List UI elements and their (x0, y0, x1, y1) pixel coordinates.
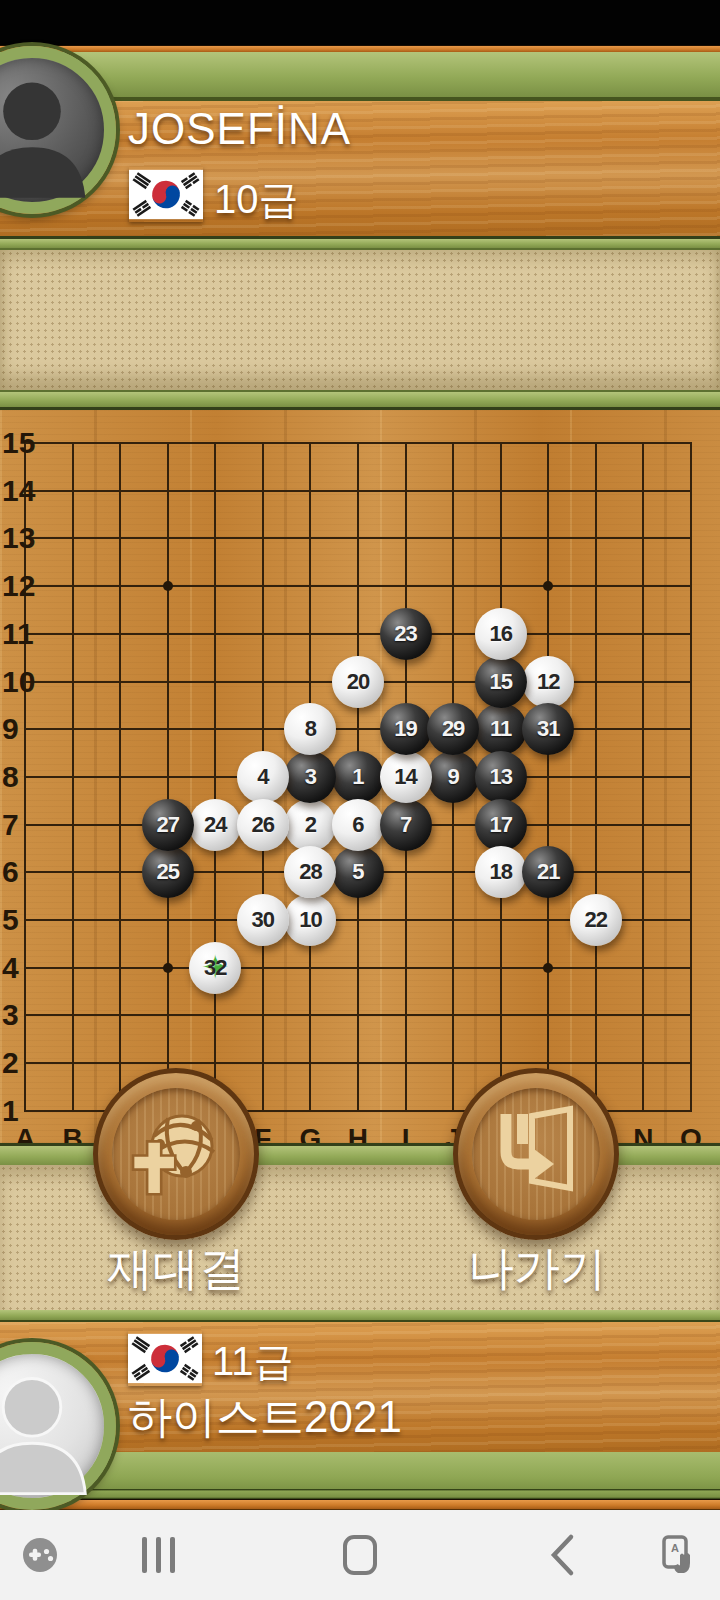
stone-white-6: 6 (332, 799, 384, 851)
south-korea-flag-icon (128, 1331, 202, 1386)
divider-strip (0, 1499, 720, 1510)
person-silhouette-icon (0, 58, 104, 202)
rematch-button[interactable] (93, 1068, 259, 1240)
stone-move-number: 26 (252, 812, 274, 838)
stone-black-9: 9 (427, 751, 479, 803)
stone-move-number: 17 (489, 812, 511, 838)
player1-name: JOSEFİNA (128, 104, 351, 154)
stone-white-20: 20 (332, 656, 384, 708)
divider-strip (0, 1310, 720, 1322)
grid-line (595, 442, 597, 1112)
stone-move-number: 9 (448, 764, 459, 790)
stone-black-25: 25 (142, 846, 194, 898)
player2-avatar (0, 1342, 116, 1510)
stone-black-27: 27 (142, 799, 194, 851)
row-label: 12 (2, 569, 42, 603)
stone-black-15: 15 (475, 656, 527, 708)
stone-move-number: 28 (299, 859, 321, 885)
star-point (163, 581, 173, 591)
grid-line (24, 967, 692, 969)
row-label: 13 (2, 521, 42, 555)
grid-line (690, 442, 692, 1112)
stone-move-number: 27 (156, 812, 178, 838)
player2-name: 하이스트2021 (128, 1388, 402, 1447)
stone-move-number: 30 (252, 907, 274, 933)
recent-apps-icon[interactable] (132, 1510, 184, 1600)
stone-white-32: ✦32 (189, 942, 241, 994)
stone-white-10: 10 (284, 894, 336, 946)
grid-line (547, 442, 549, 1112)
back-icon[interactable] (536, 1510, 588, 1600)
player2-rank: 11급 (212, 1334, 294, 1389)
touch-sensitivity-icon[interactable]: A (652, 1510, 704, 1600)
rematch-button-face (112, 1088, 240, 1220)
stone-white-30: 30 (237, 894, 289, 946)
stone-move-number: 25 (156, 859, 178, 885)
person-silhouette-icon (0, 1354, 104, 1498)
stone-move-number: 15 (489, 669, 511, 695)
row-label: 3 (2, 998, 42, 1032)
player1-rank: 10급 (214, 172, 299, 227)
omok-board[interactable]: 151413121110987654321ABCDEFGHIJKLMNO1234… (0, 410, 720, 1143)
stone-move-number: 24 (204, 812, 226, 838)
stone-black-3: 3 (284, 751, 336, 803)
stone-move-number: 12 (537, 669, 559, 695)
stone-move-number: 16 (489, 621, 511, 647)
stone-move-number: 7 (400, 812, 411, 838)
stone-move-number: 18 (489, 859, 511, 885)
stone-black-31: 31 (522, 703, 574, 755)
stone-move-number: 29 (442, 716, 464, 742)
south-korea-flag-icon (129, 167, 203, 222)
globe-plus-icon (124, 1102, 228, 1206)
stone-move-number: 31 (537, 716, 559, 742)
grid-line (24, 1062, 692, 1064)
stone-white-18: 18 (475, 846, 527, 898)
stone-move-number: 22 (585, 907, 607, 933)
grid-line (642, 442, 644, 1112)
stone-move-number: 21 (537, 859, 559, 885)
home-icon[interactable] (334, 1510, 386, 1600)
stone-move-number: 4 (257, 764, 268, 790)
divider-strip (0, 390, 720, 410)
stone-white-2: 2 (284, 799, 336, 851)
exit-button-face (472, 1088, 600, 1220)
grid-line (24, 1014, 692, 1016)
stone-move-number: 13 (489, 764, 511, 790)
row-label: 15 (2, 426, 42, 460)
row-label: 11 (2, 617, 42, 651)
stone-black-29: 29 (427, 703, 479, 755)
star-point (543, 581, 553, 591)
stone-white-12: 12 (522, 656, 574, 708)
svg-text:A: A (671, 1542, 679, 1554)
row-label: 4 (2, 951, 42, 985)
row-label: 10 (2, 665, 42, 699)
row-label: 8 (2, 760, 42, 794)
app-screen: 151413121110987654321ABCDEFGHIJKLMNO1234… (0, 0, 720, 1600)
row-label: 7 (2, 808, 42, 842)
stone-white-22: 22 (570, 894, 622, 946)
status-bar (0, 0, 720, 45)
game-launcher-icon[interactable] (14, 1510, 66, 1600)
divider-strip (0, 45, 720, 52)
stone-black-23: 23 (380, 608, 432, 660)
star-point (163, 963, 173, 973)
row-label: 2 (2, 1046, 42, 1080)
player1-avatar (0, 46, 116, 214)
stone-white-26: 26 (237, 799, 289, 851)
row-label: 14 (2, 474, 42, 508)
exit-button-label[interactable]: 나가기 (427, 1238, 647, 1300)
exit-door-arrow-icon (484, 1102, 588, 1206)
stone-move-number: 20 (347, 669, 369, 695)
stone-black-21: 21 (522, 846, 574, 898)
stone-move-number: 23 (394, 621, 416, 647)
stone-move-number: 19 (394, 716, 416, 742)
stone-black-19: 19 (380, 703, 432, 755)
stone-white-14: 14 (380, 751, 432, 803)
stone-white-24: 24 (189, 799, 241, 851)
row-label: 9 (2, 712, 42, 746)
stone-black-5: 5 (332, 846, 384, 898)
stone-black-17: 17 (475, 799, 527, 851)
stone-move-number: 10 (299, 907, 321, 933)
stone-move-number: 14 (394, 764, 416, 790)
row-label: 5 (2, 903, 42, 937)
stone-black-11: 11 (475, 703, 527, 755)
stone-white-16: 16 (475, 608, 527, 660)
stone-move-number: 2 (305, 812, 316, 838)
rematch-button-label[interactable]: 재대결 (66, 1238, 286, 1300)
stone-move-number: 3 (305, 764, 316, 790)
stone-move-number: 5 (352, 859, 363, 885)
stone-white-4: 4 (237, 751, 289, 803)
stone-move-number: 11 (490, 716, 511, 742)
stone-white-8: 8 (284, 703, 336, 755)
texture-band (0, 250, 720, 390)
stone-move-number: 8 (305, 716, 316, 742)
android-nav-bar: A (0, 1510, 720, 1600)
stone-move-number: 1 (352, 764, 363, 790)
stone-black-7: 7 (380, 799, 432, 851)
row-label: 6 (2, 855, 42, 889)
stone-black-13: 13 (475, 751, 527, 803)
stone-move-number: 6 (352, 812, 363, 838)
stone-move-number: 32 (204, 955, 226, 981)
stone-white-28: 28 (284, 846, 336, 898)
exit-button[interactable] (453, 1068, 619, 1240)
stone-black-1: 1 (332, 751, 384, 803)
star-point (543, 963, 553, 973)
divider-strip (0, 236, 720, 250)
